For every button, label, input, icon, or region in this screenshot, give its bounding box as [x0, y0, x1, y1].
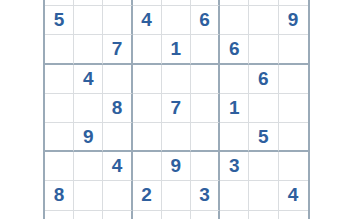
cell-r2c1[interactable] — [74, 35, 103, 64]
cell-r4c8[interactable] — [279, 94, 308, 123]
cell-r3c1[interactable]: 4 — [74, 65, 103, 94]
cell-r7c5[interactable]: 3 — [191, 181, 220, 210]
cell-r7c8[interactable]: 4 — [279, 181, 308, 210]
cell-r7c2[interactable] — [103, 181, 132, 210]
cell-r2c5[interactable] — [191, 35, 220, 64]
cell-r6c1[interactable] — [74, 152, 103, 181]
cell-r5c8[interactable] — [279, 123, 308, 152]
cell-r3c5[interactable] — [191, 65, 220, 94]
cell-r1c3[interactable]: 4 — [133, 6, 162, 35]
cell-r7c6[interactable] — [220, 181, 249, 210]
cell-r1c0[interactable]: 5 — [45, 6, 74, 35]
cell-r3c3[interactable] — [133, 65, 162, 94]
cell-r3c4[interactable] — [162, 65, 191, 94]
cell-r3c6[interactable] — [220, 65, 249, 94]
cell-r7c4[interactable] — [162, 181, 191, 210]
cell-r3c7[interactable]: 6 — [249, 65, 278, 94]
cell-r4c5[interactable] — [191, 94, 220, 123]
cell-r4c6[interactable]: 1 — [220, 94, 249, 123]
cell-r2c2[interactable]: 7 — [103, 35, 132, 64]
cell-r8c3[interactable] — [133, 211, 162, 220]
cell-r2c0[interactable] — [45, 35, 74, 64]
cell-r5c0[interactable] — [45, 123, 74, 152]
cell-r5c1[interactable]: 9 — [74, 123, 103, 152]
cell-r6c5[interactable] — [191, 152, 220, 181]
cell-r4c3[interactable] — [133, 94, 162, 123]
cell-r8c8[interactable] — [279, 211, 308, 220]
cell-r8c4[interactable] — [162, 211, 191, 220]
cell-r4c0[interactable] — [45, 94, 74, 123]
cell-r5c5[interactable] — [191, 123, 220, 152]
cell-r7c1[interactable] — [74, 181, 103, 210]
cell-r1c5[interactable]: 6 — [191, 6, 220, 35]
cell-r3c8[interactable] — [279, 65, 308, 94]
cell-r8c2[interactable] — [103, 211, 132, 220]
cell-r6c2[interactable]: 4 — [103, 152, 132, 181]
cell-r5c7[interactable]: 5 — [249, 123, 278, 152]
cell-r5c2[interactable] — [103, 123, 132, 152]
cell-r4c7[interactable] — [249, 94, 278, 123]
cell-r8c7[interactable] — [249, 211, 278, 220]
cell-r1c6[interactable] — [220, 6, 249, 35]
cell-r8c0[interactable] — [45, 211, 74, 220]
sudoku-page: 546971646871954938234 — [0, 0, 351, 219]
cell-r7c0[interactable]: 8 — [45, 181, 74, 210]
cell-r5c4[interactable] — [162, 123, 191, 152]
cell-r1c4[interactable] — [162, 6, 191, 35]
cell-r6c6[interactable]: 3 — [220, 152, 249, 181]
cell-r6c8[interactable] — [279, 152, 308, 181]
cell-r4c2[interactable]: 8 — [103, 94, 132, 123]
cell-r3c2[interactable] — [103, 65, 132, 94]
cell-r6c3[interactable] — [133, 152, 162, 181]
cell-r8c6[interactable] — [220, 211, 249, 220]
sudoku-board: 546971646871954938234 — [43, 0, 310, 219]
cell-r7c3[interactable]: 2 — [133, 181, 162, 210]
cell-r7c7[interactable] — [249, 181, 278, 210]
cell-r1c7[interactable] — [249, 6, 278, 35]
cell-r2c7[interactable] — [249, 35, 278, 64]
cell-r2c4[interactable]: 1 — [162, 35, 191, 64]
cell-r5c6[interactable] — [220, 123, 249, 152]
cell-r6c4[interactable]: 9 — [162, 152, 191, 181]
cell-r1c8[interactable]: 9 — [279, 6, 308, 35]
cell-r1c1[interactable] — [74, 6, 103, 35]
cell-r8c5[interactable] — [191, 211, 220, 220]
cell-r6c0[interactable] — [45, 152, 74, 181]
cell-r1c2[interactable] — [103, 6, 132, 35]
cell-r2c6[interactable]: 6 — [220, 35, 249, 64]
cell-r5c3[interactable] — [133, 123, 162, 152]
cell-r4c1[interactable] — [74, 94, 103, 123]
cell-r4c4[interactable]: 7 — [162, 94, 191, 123]
cell-r3c0[interactable] — [45, 65, 74, 94]
cell-r6c7[interactable] — [249, 152, 278, 181]
cell-r8c1[interactable] — [74, 211, 103, 220]
cell-r2c3[interactable] — [133, 35, 162, 64]
cell-r2c8[interactable] — [279, 35, 308, 64]
